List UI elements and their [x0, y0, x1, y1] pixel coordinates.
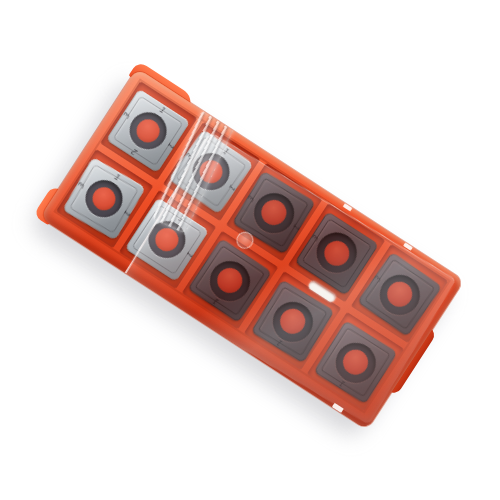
lid-molded-boss [233, 229, 256, 252]
insert-counterbore-ring [123, 105, 174, 156]
insert-center-hole [89, 183, 120, 214]
insert-counterbore-ring [79, 173, 130, 224]
insert-storage-box: 1123113113313113131 [40, 68, 464, 430]
rim-notch-1 [343, 203, 353, 211]
product-photo-stage: 1123113113313113131 [0, 0, 500, 500]
insert-center-hole [133, 115, 165, 147]
insert-edge-number: 1 [158, 105, 167, 114]
insert-edge-number: 1 [113, 173, 121, 182]
insert-edge-number: 2 [131, 146, 140, 155]
insert-edge-number: 1 [166, 140, 175, 149]
insert-edge-number: 3 [122, 112, 131, 121]
insert-edge-number: 3 [77, 181, 86, 189]
insert-box-body: 1123113113313113131 [40, 68, 464, 430]
insert-edge-number: 1 [122, 207, 131, 215]
